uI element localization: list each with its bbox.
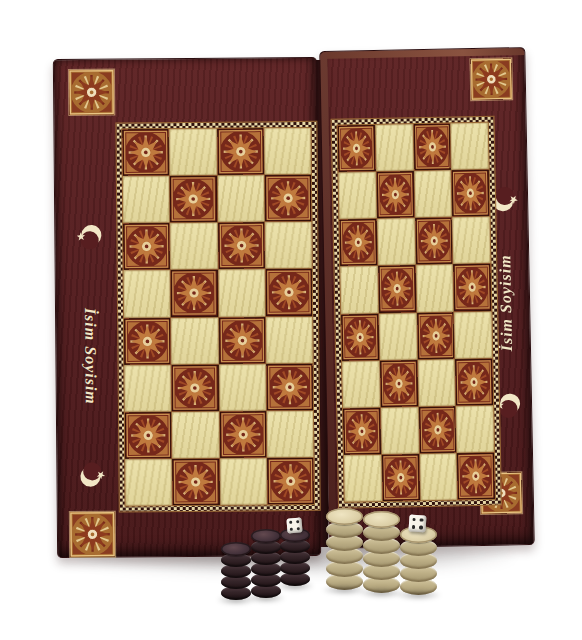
rosette-icon (266, 176, 311, 221)
die-pip (297, 527, 300, 530)
rosette-icon (174, 460, 219, 505)
rosette-icon (455, 265, 491, 310)
rosette-icon (416, 219, 452, 264)
rosette-icon (220, 318, 265, 363)
rosette-icon (414, 125, 450, 170)
die-pip (419, 526, 423, 530)
board-square-light (451, 123, 489, 170)
board-square-light (414, 171, 452, 218)
board-square-dark (419, 406, 457, 453)
crescent-star-icon (72, 456, 110, 494)
board-square-dark (341, 313, 379, 360)
board-square-dark (378, 266, 416, 313)
rosette-icon (420, 407, 456, 452)
board-left-panel: İsim Soyisim (53, 57, 321, 558)
board-square-dark (172, 364, 219, 411)
board-square-light (218, 270, 265, 317)
board-square-dark (417, 312, 455, 359)
board-square-dark (173, 459, 220, 506)
board-square-light (220, 458, 267, 505)
board-square-dark (217, 128, 264, 175)
rosette-icon (341, 220, 377, 265)
board-square-dark (125, 412, 172, 459)
rosette-icon (268, 459, 313, 504)
board-square-dark (376, 171, 414, 218)
board-square-dark (219, 411, 266, 458)
owner-name-text: İsim Soyisim (496, 254, 516, 351)
board-square-dark (123, 223, 170, 270)
rosette-icon (70, 512, 115, 557)
board-square-light (339, 172, 377, 219)
board-square-dark (124, 318, 171, 365)
rosette-icon (220, 412, 265, 457)
crescent-star-icon (70, 217, 108, 255)
board-square-light (266, 316, 313, 363)
corner-rosette-icon (470, 58, 512, 100)
light-checker[interactable] (326, 508, 363, 525)
rosette-icon (456, 359, 492, 404)
board-square-light (455, 311, 493, 358)
crescent-star-icon (70, 217, 108, 255)
rosette-icon (339, 126, 375, 171)
board-square-dark (455, 358, 493, 405)
die-1-showing-4[interactable] (286, 517, 302, 533)
checker-stack-dark-1[interactable] (221, 542, 251, 600)
rosette-icon (219, 224, 264, 269)
die-pip (290, 528, 293, 531)
board-square-light (171, 223, 218, 270)
rosette-icon (453, 171, 489, 216)
board-square-light (419, 453, 457, 500)
board-square-light (456, 406, 494, 453)
rosette-icon (124, 224, 169, 269)
crescent-star-icon (72, 456, 110, 494)
board-square-dark (454, 264, 492, 311)
rosette-icon (383, 455, 419, 500)
die-pip (412, 525, 416, 529)
checkerboard-left-half (121, 127, 314, 507)
dark-checker[interactable] (221, 542, 251, 556)
board-square-light (379, 313, 417, 360)
board-square-light (264, 128, 311, 175)
board-square-light (344, 455, 382, 502)
board-square-light (342, 361, 380, 408)
board-square-dark (457, 453, 495, 500)
board-square-dark (122, 129, 169, 176)
board-square-dark (265, 269, 312, 316)
board-square-light (217, 175, 264, 222)
rosette-icon (123, 130, 168, 175)
die-pip (420, 518, 424, 522)
board-square-dark (452, 170, 490, 217)
rosette-icon (379, 267, 415, 312)
board-square-light (125, 365, 172, 412)
corner-rosette-icon (70, 512, 115, 557)
rosette-icon (69, 70, 114, 115)
board-square-dark (170, 176, 217, 223)
board-square-light (171, 317, 218, 364)
board-square-dark (266, 364, 313, 411)
board-square-dark (382, 454, 420, 501)
board-square-light (219, 364, 266, 411)
board-square-dark (219, 317, 266, 364)
checker-stack-light-3[interactable] (400, 526, 437, 595)
rosette-icon (377, 172, 413, 217)
mosaic-dot-border (115, 121, 320, 513)
rosette-icon (458, 454, 494, 499)
light-checker[interactable] (363, 511, 400, 528)
rosette-icon (266, 270, 311, 315)
rosette-icon (267, 365, 312, 410)
rosette-icon (381, 361, 417, 406)
board-square-light (453, 217, 491, 264)
owner-name-text: İsim Soyisim (81, 307, 100, 404)
checker-stack-dark-3[interactable] (280, 528, 310, 586)
die-2-showing-4[interactable] (408, 514, 426, 532)
board-square-dark (171, 270, 218, 317)
board-square-light (124, 271, 171, 318)
die-pip (289, 521, 292, 524)
board-square-dark (380, 360, 418, 407)
board-square-dark (415, 218, 453, 265)
board-square-dark (218, 223, 265, 270)
board-square-dark (265, 175, 312, 222)
rosette-icon (126, 413, 171, 458)
corner-rosette-icon (69, 70, 114, 115)
die-pip (296, 520, 299, 523)
board-square-dark (267, 458, 314, 505)
rosette-icon (172, 271, 217, 316)
rosette-icon (173, 365, 218, 410)
checker-stack-light-1[interactable] (326, 508, 363, 590)
board-square-light (172, 411, 219, 458)
board-square-dark (413, 124, 451, 171)
rosette-icon (344, 409, 380, 454)
board-square-light (416, 265, 454, 312)
board-square-light (265, 222, 312, 269)
board-square-light (170, 129, 217, 176)
board-square-dark (343, 408, 381, 455)
board-square-light (375, 124, 413, 171)
dark-checker[interactable] (251, 529, 281, 543)
board-square-light (123, 176, 170, 223)
rosette-icon (418, 313, 454, 358)
owner-name-label-left: İsim Soyisim (68, 223, 112, 489)
board-square-dark (338, 125, 376, 172)
product-photo-scene: İsim Soyisim (0, 0, 582, 640)
checkerboard-right-half (337, 122, 496, 503)
board-square-light (267, 411, 314, 458)
board-square-dark (339, 219, 377, 266)
rosette-icon (171, 177, 216, 222)
rosette-icon (218, 129, 263, 174)
board-square-light (381, 407, 419, 454)
board-right-panel: İsim Soyisim (319, 47, 535, 549)
board-square-light (125, 459, 172, 506)
mosaic-dot-border (331, 116, 502, 509)
rosette-icon (342, 314, 378, 359)
board-square-light (418, 359, 456, 406)
board-square-light (340, 266, 378, 313)
checker-stack-light-2[interactable] (363, 511, 400, 593)
rosette-icon (470, 58, 512, 100)
board-square-light (377, 218, 415, 265)
rosette-icon (125, 319, 170, 364)
die-pip (412, 518, 416, 522)
